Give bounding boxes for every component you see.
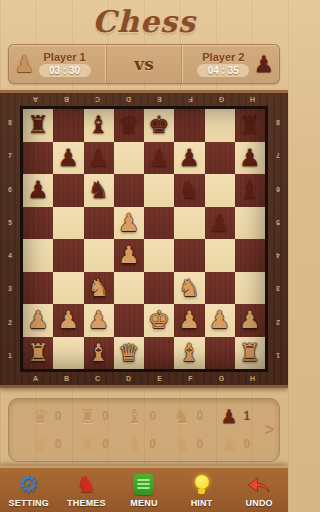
square-c4[interactable] bbox=[84, 239, 114, 272]
gear-icon: ⚙ bbox=[18, 472, 39, 496]
white-queen-icon: ♛ bbox=[32, 435, 49, 454]
white-king: ♚ bbox=[148, 308, 170, 332]
square-e6[interactable] bbox=[144, 174, 174, 207]
square-c5[interactable] bbox=[84, 207, 114, 240]
captured-white-queen-slot: ♛0 bbox=[23, 431, 70, 457]
square-a1[interactable]: ♜ bbox=[23, 337, 53, 370]
coord-label-d: D bbox=[113, 372, 144, 385]
black-rook: ♜ bbox=[239, 113, 261, 137]
coord-label-6: 6 bbox=[0, 173, 20, 206]
white-queen: ♛ bbox=[118, 341, 140, 365]
square-a8[interactable]: ♜ bbox=[23, 109, 53, 142]
square-d4[interactable]: ♟ bbox=[114, 239, 144, 272]
coord-label-5: 5 bbox=[268, 206, 288, 239]
tray-expand-chevron-icon[interactable]: > bbox=[265, 421, 274, 439]
black-pawn: ♟ bbox=[88, 146, 110, 170]
square-g5[interactable]: ♟ bbox=[205, 207, 235, 240]
board-squares: ♜♝♛♚♜♟♟♟♟♟♟♞♞♝♟♟♟♞♞♟♟♟♚♟♟♟♜♝♛♝♜ bbox=[23, 109, 265, 369]
rank-labels-left: 87654321 bbox=[0, 106, 20, 372]
captured-black-pawn-slot: ♟1 bbox=[212, 403, 259, 429]
white-knight: ♞ bbox=[88, 276, 110, 300]
coord-label-e: E bbox=[144, 372, 175, 385]
white-knight-count: 0 bbox=[196, 437, 203, 451]
chess-board: ABCDEFGH 87654321 ♜♝♛♚♜♟♟♟♟♟♟♞♞♝♟♟♟♞♞♟♟♟… bbox=[0, 90, 288, 388]
square-h7[interactable]: ♟ bbox=[235, 142, 265, 175]
square-b3[interactable] bbox=[53, 272, 83, 305]
setting-label: SETTING bbox=[9, 498, 49, 508]
black-pawn-icon: ♟ bbox=[221, 407, 238, 426]
white-queen-count: 0 bbox=[55, 437, 62, 451]
lightbulb-icon bbox=[195, 472, 209, 496]
white-pawn: ♟ bbox=[179, 308, 201, 332]
square-d3[interactable] bbox=[114, 272, 144, 305]
undo-arrow-icon bbox=[247, 472, 271, 496]
white-pawn: ♟ bbox=[118, 211, 140, 235]
menu-button[interactable]: MENU bbox=[115, 468, 173, 512]
square-a3[interactable] bbox=[23, 272, 53, 305]
white-pawn: ♟ bbox=[88, 308, 110, 332]
coord-label-c: C bbox=[82, 93, 113, 106]
square-f4[interactable] bbox=[174, 239, 204, 272]
square-e2[interactable]: ♚ bbox=[144, 304, 174, 337]
black-knight: ♞ bbox=[88, 178, 110, 202]
square-h1[interactable]: ♜ bbox=[235, 337, 265, 370]
bottom-toolbar: ⚙ SETTING ♞ THEMES MENU HINT UNDO bbox=[0, 466, 288, 512]
black-pawn: ♟ bbox=[179, 146, 201, 170]
square-f2[interactable]: ♟ bbox=[174, 304, 204, 337]
square-g8[interactable] bbox=[205, 109, 235, 142]
square-b2[interactable]: ♟ bbox=[53, 304, 83, 337]
captured-white-bishop-slot: ♝0 bbox=[117, 431, 164, 457]
black-pawn: ♟ bbox=[239, 146, 261, 170]
coord-label-8: 8 bbox=[268, 106, 288, 139]
square-g2[interactable]: ♟ bbox=[205, 304, 235, 337]
setting-button[interactable]: ⚙ SETTING bbox=[0, 468, 58, 512]
square-g3[interactable] bbox=[205, 272, 235, 305]
white-rook: ♜ bbox=[27, 341, 49, 365]
player1-timer: 03 : 30 bbox=[39, 64, 91, 77]
black-bishop: ♝ bbox=[239, 178, 261, 202]
white-rook-count: 0 bbox=[102, 437, 109, 451]
black-pawn: ♟ bbox=[58, 146, 80, 170]
black-bishop-icon: ♝ bbox=[126, 407, 143, 426]
square-d2[interactable] bbox=[114, 304, 144, 337]
black-bishop: ♝ bbox=[88, 113, 110, 137]
square-g4[interactable] bbox=[205, 239, 235, 272]
hint-button[interactable]: HINT bbox=[173, 468, 231, 512]
square-g1[interactable] bbox=[205, 337, 235, 370]
knight-icon: ♞ bbox=[76, 472, 97, 496]
square-a7[interactable] bbox=[23, 142, 53, 175]
coord-label-4: 4 bbox=[0, 239, 20, 272]
coord-label-3: 3 bbox=[268, 272, 288, 305]
black-pawn: ♟ bbox=[209, 211, 231, 235]
square-h4[interactable] bbox=[235, 239, 265, 272]
square-b1[interactable] bbox=[53, 337, 83, 370]
square-e3[interactable] bbox=[144, 272, 174, 305]
square-d5[interactable]: ♟ bbox=[114, 207, 144, 240]
square-f1[interactable]: ♝ bbox=[174, 337, 204, 370]
square-c2[interactable]: ♟ bbox=[84, 304, 114, 337]
square-e7[interactable]: ♟ bbox=[144, 142, 174, 175]
coord-label-g: G bbox=[206, 372, 237, 385]
title-bar: Chess bbox=[0, 0, 288, 42]
captured-black-row: ♛0♜0♝0♞0♟1 bbox=[23, 403, 259, 429]
white-bishop-count: 0 bbox=[149, 437, 156, 451]
square-c1[interactable]: ♝ bbox=[84, 337, 114, 370]
vs-divider: vs bbox=[105, 45, 183, 83]
menu-label: MENU bbox=[130, 498, 157, 508]
black-knight-count: 0 bbox=[196, 409, 203, 423]
black-rook: ♜ bbox=[27, 113, 49, 137]
square-h8[interactable]: ♜ bbox=[235, 109, 265, 142]
square-a5[interactable] bbox=[23, 207, 53, 240]
coord-label-a: A bbox=[20, 372, 51, 385]
square-h3[interactable] bbox=[235, 272, 265, 305]
square-a4[interactable] bbox=[23, 239, 53, 272]
white-bishop-icon: ♝ bbox=[126, 435, 143, 454]
black-bishop-count: 0 bbox=[149, 409, 156, 423]
square-c7[interactable]: ♟ bbox=[84, 142, 114, 175]
square-f7[interactable]: ♟ bbox=[174, 142, 204, 175]
coord-label-h: H bbox=[237, 93, 268, 106]
black-rook-count: 0 bbox=[102, 409, 109, 423]
white-knight-icon: ♞ bbox=[173, 435, 190, 454]
captured-black-bishop-slot: ♝0 bbox=[117, 403, 164, 429]
file-labels-top: ABCDEFGH bbox=[0, 93, 288, 106]
coord-label-1: 1 bbox=[268, 339, 288, 372]
square-f3[interactable]: ♞ bbox=[174, 272, 204, 305]
square-d8[interactable]: ♛ bbox=[114, 109, 144, 142]
player1-panel: ♟ Player 1 03 : 30 bbox=[9, 45, 105, 83]
square-c8[interactable]: ♝ bbox=[84, 109, 114, 142]
square-a2[interactable]: ♟ bbox=[23, 304, 53, 337]
white-pawn-count: 0 bbox=[244, 437, 251, 451]
square-d6[interactable] bbox=[114, 174, 144, 207]
black-knight: ♞ bbox=[179, 178, 201, 202]
coord-label-7: 7 bbox=[268, 139, 288, 172]
coord-label-g: G bbox=[206, 93, 237, 106]
white-pawn: ♟ bbox=[239, 308, 261, 332]
white-pawn-icon: ♟ bbox=[14, 53, 35, 76]
player2-timer: 04 : 35 bbox=[197, 64, 249, 77]
menu-list-icon bbox=[133, 472, 154, 496]
coord-label-7: 7 bbox=[0, 139, 20, 172]
coord-label-e: E bbox=[144, 93, 175, 106]
square-f6[interactable]: ♞ bbox=[174, 174, 204, 207]
coord-label-3: 3 bbox=[0, 272, 20, 305]
square-e1[interactable] bbox=[144, 337, 174, 370]
black-pawn: ♟ bbox=[148, 146, 170, 170]
captured-white-knight-slot: ♞0 bbox=[165, 431, 212, 457]
black-pawn-count: 1 bbox=[244, 409, 251, 423]
coord-label-6: 6 bbox=[268, 173, 288, 206]
square-e5[interactable] bbox=[144, 207, 174, 240]
square-b8[interactable] bbox=[53, 109, 83, 142]
captured-black-knight-slot: ♞0 bbox=[165, 403, 212, 429]
white-rook-icon: ♜ bbox=[79, 435, 96, 454]
coord-label-b: B bbox=[51, 93, 82, 106]
black-queen: ♛ bbox=[118, 113, 140, 137]
white-pawn-icon: ♟ bbox=[221, 435, 238, 454]
square-c3[interactable]: ♞ bbox=[84, 272, 114, 305]
coord-label-b: B bbox=[51, 372, 82, 385]
square-d1[interactable]: ♛ bbox=[114, 337, 144, 370]
themes-button[interactable]: ♞ THEMES bbox=[58, 468, 116, 512]
black-queen-icon: ♛ bbox=[32, 407, 49, 426]
coord-label-1: 1 bbox=[0, 339, 20, 372]
coord-label-8: 8 bbox=[0, 106, 20, 139]
app-title: Chess bbox=[92, 4, 196, 39]
captured-black-rook-slot: ♜0 bbox=[70, 403, 117, 429]
player2-panel: Player 2 04 : 35 ♟ bbox=[183, 45, 279, 83]
square-h5[interactable] bbox=[235, 207, 265, 240]
coord-label-h: H bbox=[237, 372, 268, 385]
square-g7[interactable] bbox=[205, 142, 235, 175]
captured-pieces-tray: ♛0♜0♝0♞0♟1 ♛0♜0♝0♞0♟0 > bbox=[8, 398, 280, 462]
square-f5[interactable] bbox=[174, 207, 204, 240]
white-pawn: ♟ bbox=[209, 308, 231, 332]
rank-labels-right: 87654321 bbox=[268, 106, 288, 372]
square-f8[interactable] bbox=[174, 109, 204, 142]
themes-label: THEMES bbox=[67, 498, 106, 508]
coord-label-f: F bbox=[175, 93, 206, 106]
coord-label-5: 5 bbox=[0, 206, 20, 239]
square-b4[interactable] bbox=[53, 239, 83, 272]
white-pawn: ♟ bbox=[58, 308, 80, 332]
white-pawn: ♟ bbox=[27, 308, 49, 332]
coord-label-2: 2 bbox=[0, 306, 20, 339]
square-c6[interactable]: ♞ bbox=[84, 174, 114, 207]
square-g6[interactable] bbox=[205, 174, 235, 207]
black-pawn: ♟ bbox=[27, 178, 49, 202]
square-a6[interactable]: ♟ bbox=[23, 174, 53, 207]
white-knight: ♞ bbox=[179, 276, 201, 300]
white-pawn: ♟ bbox=[118, 243, 140, 267]
square-e4[interactable] bbox=[144, 239, 174, 272]
black-pawn-icon: ♟ bbox=[253, 53, 274, 76]
white-bishop: ♝ bbox=[88, 341, 110, 365]
coord-label-c: C bbox=[82, 372, 113, 385]
square-b7[interactable]: ♟ bbox=[53, 142, 83, 175]
coord-label-4: 4 bbox=[268, 239, 288, 272]
board-grid: ♜♝♛♚♜♟♟♟♟♟♟♞♞♝♟♟♟♞♞♟♟♟♚♟♟♟♜♝♛♝♜ bbox=[20, 106, 268, 372]
undo-label: UNDO bbox=[246, 498, 273, 508]
vs-label: vs bbox=[134, 54, 153, 74]
hint-label: HINT bbox=[191, 498, 213, 508]
black-rook-icon: ♜ bbox=[79, 407, 96, 426]
square-h2[interactable]: ♟ bbox=[235, 304, 265, 337]
white-rook: ♜ bbox=[239, 341, 261, 365]
square-e8[interactable]: ♚ bbox=[144, 109, 174, 142]
undo-button[interactable]: UNDO bbox=[230, 468, 288, 512]
white-bishop: ♝ bbox=[179, 341, 201, 365]
file-labels-bottom: ABCDEFGH bbox=[0, 372, 288, 385]
coord-label-d: D bbox=[113, 93, 144, 106]
square-d7[interactable] bbox=[114, 142, 144, 175]
captured-black-queen-slot: ♛0 bbox=[23, 403, 70, 429]
coord-label-a: A bbox=[20, 93, 51, 106]
player-bar: ♟ Player 1 03 : 30 vs Player 2 04 : 35 ♟ bbox=[8, 44, 280, 84]
black-knight-icon: ♞ bbox=[173, 407, 190, 426]
coord-label-f: F bbox=[175, 372, 206, 385]
coord-label-2: 2 bbox=[268, 306, 288, 339]
captured-white-row: ♛0♜0♝0♞0♟0 bbox=[23, 431, 259, 457]
player2-name: Player 2 bbox=[202, 51, 244, 63]
black-queen-count: 0 bbox=[55, 409, 62, 423]
square-h6[interactable]: ♝ bbox=[235, 174, 265, 207]
player1-name: Player 1 bbox=[44, 51, 86, 63]
captured-white-pawn-slot: ♟0 bbox=[212, 431, 259, 457]
black-king: ♚ bbox=[148, 113, 170, 137]
captured-white-rook-slot: ♜0 bbox=[70, 431, 117, 457]
square-b5[interactable] bbox=[53, 207, 83, 240]
square-b6[interactable] bbox=[53, 174, 83, 207]
